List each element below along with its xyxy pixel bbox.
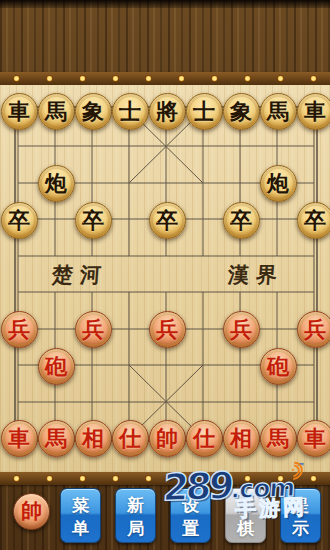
settings-button-label: 设置: [182, 495, 200, 539]
xiangqi-app: 楚河 漢界 車馬象士將士象馬車炮炮卒卒卒卒卒兵兵兵兵兵砲砲車馬相仕帥仕相馬車 帥…: [0, 0, 330, 550]
piece-red-soldier[interactable]: 兵: [149, 311, 186, 348]
piece-black-advisor[interactable]: 士: [186, 93, 223, 130]
piece-red-soldier[interactable]: 兵: [223, 311, 260, 348]
piece-red-soldier[interactable]: 兵: [297, 311, 330, 348]
hint-button-label: 提示: [292, 495, 310, 539]
hint-button[interactable]: 提示: [280, 488, 321, 543]
piece-red-general[interactable]: 帥: [149, 420, 186, 457]
piece-red-soldier[interactable]: 兵: [75, 311, 112, 348]
piece-black-horse[interactable]: 馬: [38, 93, 75, 130]
piece-red-elephant[interactable]: 相: [75, 420, 112, 457]
piece-red-elephant[interactable]: 相: [223, 420, 260, 457]
rivet-band-bottom: [0, 472, 330, 485]
piece-black-cannon[interactable]: 炮: [260, 165, 297, 202]
piece-black-elephant[interactable]: 象: [75, 93, 112, 130]
piece-red-chariot[interactable]: 車: [1, 420, 38, 457]
river-label-right: 漢界: [227, 261, 285, 289]
piece-red-advisor[interactable]: 仕: [186, 420, 223, 457]
new-game-button[interactable]: 新局: [115, 488, 156, 543]
piece-red-cannon[interactable]: 砲: [38, 348, 75, 385]
piece-black-soldier[interactable]: 卒: [223, 202, 260, 239]
undo-button-label: 悔棋: [237, 495, 255, 539]
piece-red-soldier[interactable]: 兵: [1, 311, 38, 348]
piece-red-advisor[interactable]: 仕: [112, 420, 149, 457]
piece-black-chariot[interactable]: 車: [297, 93, 330, 130]
piece-black-general[interactable]: 將: [149, 93, 186, 130]
piece-black-soldier[interactable]: 卒: [149, 202, 186, 239]
piece-black-cannon[interactable]: 炮: [38, 165, 75, 202]
rivet-band-top: [0, 72, 330, 85]
piece-black-elephant[interactable]: 象: [223, 93, 260, 130]
turn-indicator-red-general: 帥: [13, 493, 50, 530]
menu-button-label: 菜单: [72, 495, 90, 539]
piece-black-soldier[interactable]: 卒: [1, 202, 38, 239]
new-game-button-label: 新局: [127, 495, 145, 539]
settings-button[interactable]: 设置: [170, 488, 211, 543]
piece-black-horse[interactable]: 馬: [260, 93, 297, 130]
piece-black-soldier[interactable]: 卒: [75, 202, 112, 239]
piece-red-horse[interactable]: 馬: [38, 420, 75, 457]
piece-red-horse[interactable]: 馬: [260, 420, 297, 457]
piece-black-soldier[interactable]: 卒: [297, 202, 330, 239]
piece-black-advisor[interactable]: 士: [112, 93, 149, 130]
river-label-left: 楚河: [51, 261, 109, 289]
piece-black-chariot[interactable]: 車: [1, 93, 38, 130]
status-strip: [0, 0, 330, 8]
undo-button[interactable]: 悔棋: [225, 488, 266, 543]
menu-button[interactable]: 菜单: [60, 488, 101, 543]
piece-red-cannon[interactable]: 砲: [260, 348, 297, 385]
